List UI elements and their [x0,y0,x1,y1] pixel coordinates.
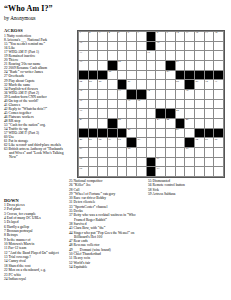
grid-cell [118,100,127,109]
cell-number: 5 [118,32,119,35]
cell-number: 35 [186,90,189,93]
grid-cell [205,158,214,167]
grid-cell [147,71,156,80]
black-cell [108,129,117,138]
black-cell [166,109,175,118]
black-cell [214,71,223,80]
cell-number: 43 [157,119,160,122]
black-cell [147,32,156,41]
grid-cell: 32 [79,90,88,99]
grid-cell: 6 [127,32,136,41]
grid-cell [176,158,185,167]
grid-cell: 11 [185,32,194,41]
cell-number: 60 [79,158,82,161]
grid-cell [127,119,136,128]
grid-cell [137,80,146,89]
grid-cell [176,167,185,176]
black-cell [195,71,204,80]
grid-cell [89,148,98,157]
cell-number: 48 [79,139,82,142]
black-cell [137,90,146,99]
crossword-grid: 1234567891011121314151617181920212223242… [77,30,225,178]
grid-cell: 33 [118,90,127,99]
grid-cell [205,51,214,60]
grid-cell: 48 [79,138,88,147]
grid-cell: 51 [108,138,117,147]
cell-number: 32 [79,90,82,93]
grid-cell: 50 [98,138,107,147]
cell-number: 22 [108,71,111,74]
cell-number: 58 [128,148,131,151]
cell-number: 10 [176,32,179,35]
cell-number: 26 [99,81,102,84]
grid-cell: 60 [79,158,88,167]
grid-cell: 19 [79,61,88,70]
cell-number: 54 [195,139,198,142]
grid-cell [214,148,223,157]
grid-cell [108,167,117,176]
cell-number: 62 [79,168,82,171]
grid-cell: 36 [79,100,88,109]
grid-cell [205,109,214,118]
grid-cell [166,100,175,109]
grid-cell [108,100,117,109]
cell-number: 16 [157,42,160,45]
grid-cell [89,90,98,99]
black-cell [147,42,156,51]
black-cell [147,167,156,176]
grid-cell [176,90,185,99]
grid-cell [137,129,146,138]
grid-cell: 16 [156,42,165,51]
clue-text: Equitable [73,265,88,269]
cell-number: 14 [215,32,218,35]
grid-cell [176,138,185,147]
across-clue-list: 1 Nutty confection8 Arizona's ___ Nation… [4,34,66,159]
cell-number: 56 [215,139,218,142]
grid-cell [98,109,107,118]
grid-cell: 35 [185,90,194,99]
grid-cell [205,119,214,128]
grid-cell: 20 [118,61,127,70]
black-cell [89,129,98,138]
cell-number: 33 [118,90,121,93]
grid-cell: 2 [89,32,98,41]
grid-cell: 4 [108,32,117,41]
grid-cell: 10 [176,32,185,41]
cell-number: 4 [108,32,109,35]
grid-cell [185,158,194,167]
clue-text: Betty who was a cocktail waitress in “Wh… [73,213,136,221]
grid-cell [214,167,223,176]
grid-cell: 13 [205,32,214,41]
cell-number: 21 [176,61,179,64]
grid-cell [214,90,223,99]
cell-number: 19 [79,61,82,64]
grid-cell [137,148,146,157]
grid-cell [137,71,146,80]
grid-cell [147,129,156,138]
cell-number: 23 [166,71,169,74]
grid-cell [166,158,175,167]
grid-cell: 21 [176,61,185,70]
cell-number: 37 [128,100,131,103]
grid-cell: 23 [166,71,175,80]
grid-cell [147,119,156,128]
black-cell [176,71,185,80]
cell-number: 46 [128,129,131,132]
black-cell [79,71,88,80]
grid-cell [98,51,107,60]
grid-cell [205,42,214,51]
grid-cell [108,42,117,51]
grid-cell: 54 [195,138,204,147]
grid-cell [185,100,194,109]
grid-cell: 59 [185,148,194,157]
grid-cell [127,109,136,118]
grid-cell [195,158,204,167]
cell-number: 18 [147,52,150,55]
page-title: “Who Am I?” [4,4,53,13]
cell-number: 44 [166,119,169,122]
grid-cell [214,61,223,70]
cell-number: 20 [118,61,121,64]
grid-cell [185,61,194,70]
grid-cell [127,158,136,167]
grid-cell [214,100,223,109]
across-header: ACROSS [4,28,23,33]
black-cell [166,61,175,70]
black-cell [79,129,88,138]
black-cell [214,129,223,138]
grid-cell: 7 [137,32,146,41]
cell-number: 2 [89,32,90,35]
grid-cell: 53 [137,138,146,147]
grid-cell [185,51,194,60]
grid-cell [127,71,136,80]
grid-cell [108,109,117,118]
grid-cell: 44 [166,119,175,128]
grid-cell [147,109,156,118]
down-clue-list-1: 1 Dress pieces2 Pod plant3 Crocus, for e… [4,203,66,281]
cell-number: 17 [79,52,82,55]
cell-number: 29 [195,81,198,84]
grid-cell [89,119,98,128]
grid-cell [156,80,165,89]
clue-item: 54 Equitable [69,265,143,269]
grid-cell [166,42,175,51]
grid-cell: 34 [147,90,156,99]
grid-cell [166,129,175,138]
grid-cell [214,119,223,128]
black-cell [156,109,165,118]
grid-cell [118,158,127,167]
cell-number: 49 [89,139,92,142]
grid-cell [127,167,136,176]
cell-number: 61 [157,158,160,161]
grid-cell: 41 [79,119,88,128]
grid-cell [98,42,107,51]
grid-cell: 47 [176,129,185,138]
black-cell [147,158,156,167]
grid-cell [195,119,204,128]
grid-cell [137,109,146,118]
clue-item: 37 Betty who was a cocktail waitress in … [69,213,143,222]
cell-number: 57 [79,148,82,151]
grid-cell [195,51,204,60]
black-cell [118,129,127,138]
cell-number: 12 [195,32,198,35]
grid-cell: 55 [205,138,214,147]
clue-text: British actress Anthony of “Husbands and… [8,147,64,159]
black-cell [185,80,194,89]
cell-number: 39 [79,110,82,113]
cell-number: 1 [79,32,80,35]
grid-cell: 62 [79,167,88,176]
grid-cell: 56 [214,138,223,147]
grid-cell [195,90,204,99]
byline: by Anonymous [4,15,36,21]
grid-cell: 46 [127,129,136,138]
grid-cell [137,42,146,51]
grid-cell [147,148,156,157]
grid-cell [185,167,194,176]
grid-cell [137,167,146,176]
grid-cell: 58 [127,148,136,157]
grid-cell [185,109,194,118]
black-cell [98,129,107,138]
grid-cell [98,167,107,176]
black-cell [205,71,214,80]
grid-cell [156,61,165,70]
grid-cell [166,90,175,99]
grid-cell [214,51,223,60]
grid-cell: 18 [147,51,156,60]
cell-number: 11 [186,32,189,35]
cell-number: 6 [128,32,129,35]
grid-cell: 3 [98,32,107,41]
black-cell [185,138,194,147]
cell-number: 34 [147,90,150,93]
grid-cell [108,90,117,99]
grid-cell [205,90,214,99]
grid-cell [98,148,107,157]
grid-cell [176,100,185,109]
clue-item: 59 Actress Saldana [148,192,228,196]
grid-cell [118,109,127,118]
grid-cell [89,100,98,109]
cell-number: 40 [176,110,179,113]
grid-cell [147,61,156,70]
grid-cell: 29 [195,80,204,89]
grid-cell: 31 [214,80,223,89]
grid-cell: 25 [89,80,98,89]
grid-cell [118,51,127,60]
clue-item: 44 Singer who put “Pop Goes the Weasel” … [69,231,143,240]
cell-number: 36 [79,100,82,103]
grid-cell: 24 [79,80,88,89]
grid-cell [176,42,185,51]
grid-cell [166,80,175,89]
grid-cell [108,158,117,167]
grid-cell: 27 [127,80,136,89]
down-clue-list-3: 55 Dismounted56 Remote control button58 … [148,179,228,196]
grid-cell [137,119,146,128]
grid-cell [108,80,117,89]
down-clue-list-2: 25 National competitor26 “Killer” Joe28 … [69,179,143,269]
cell-number: 45 [186,119,189,122]
grid-cell [156,138,165,147]
grid-cell: 38 [137,100,146,109]
cell-number: 9 [166,32,167,35]
grid-cell [156,90,165,99]
clue-item: 63 British actress Anthony of “Husbands … [4,147,66,159]
cell-number: 42 [118,119,121,122]
cell-number: 50 [99,139,102,142]
grid-cell [137,158,146,167]
cell-number: 59 [186,148,189,151]
cell-number: 30 [205,81,208,84]
grid-cell [89,51,98,60]
grid-cell: 40 [176,109,185,118]
black-cell [185,71,194,80]
cell-number: 51 [108,139,111,142]
grid-cell [205,148,214,157]
grid-cell: 22 [108,71,117,80]
grid-cell [176,51,185,60]
black-cell [98,71,107,80]
grid-cell [127,51,136,60]
grid-cell [89,42,98,51]
grid-cell [156,129,165,138]
cell-number: 41 [79,119,82,122]
grid-cell [156,100,165,109]
grid-cell [176,148,185,157]
grid-cell [98,158,107,167]
grid-cell [195,61,204,70]
cell-number: 27 [128,81,131,84]
grid-cell [156,71,165,80]
grid-cell [185,42,194,51]
grid-cell: 63 [156,167,165,176]
cell-number: 55 [205,139,208,142]
cell-number: 24 [79,81,82,84]
grid-cell [137,51,146,60]
grid-cell: 30 [205,80,214,89]
grid-cell: 39 [79,109,88,118]
grid-cell [205,100,214,109]
grid-cell: 45 [185,119,194,128]
grid-cell [89,167,98,176]
grid-cell [108,51,117,60]
clue-text: Indian royal [8,277,26,281]
grid-cell [195,42,204,51]
grid-cell: 1 [79,32,88,41]
grid-cell: 43 [156,119,165,128]
grid-cell: 14 [214,32,223,41]
cell-number: 25 [89,81,92,84]
cell-number: 31 [215,81,218,84]
grid-cell [205,167,214,176]
grid-cell [118,167,127,176]
black-cell [89,71,98,80]
grid-cell [195,100,204,109]
grid-cell [137,61,146,70]
cell-number: 3 [99,32,100,35]
grid-cell: 8 [156,32,165,41]
cell-number: 38 [137,100,140,103]
grid-cell [156,148,165,157]
black-cell [195,129,204,138]
grid-cell [185,129,194,138]
cell-number: 28 [176,81,179,84]
grid-cell [147,100,156,109]
black-cell [108,119,117,128]
grid-cell [89,158,98,167]
grid-cell [127,61,136,70]
cell-number: 8 [157,32,158,35]
grid-cell: 12 [195,32,204,41]
grid-cell [98,119,107,128]
grid-cell: 57 [79,148,88,157]
grid-cell: 5 [118,32,127,41]
grid-cell [166,51,175,60]
grid-cell [214,42,223,51]
grid-cell [147,80,156,89]
grid-cell [108,148,117,157]
grid-cell: 49 [89,138,98,147]
grid-cell [127,42,136,51]
grid-cell [98,61,107,70]
grid-cell [118,148,127,157]
grid-cell [156,51,165,60]
clue-text: Singer who put “Pop Goes the Weasel” on … [73,231,135,239]
grid-cell: 42 [118,119,127,128]
cell-number: 7 [137,32,138,35]
cell-number: 47 [176,129,179,132]
grid-cell: 15 [79,42,88,51]
grid-cell [118,71,127,80]
grid-cell: 52 [118,138,127,147]
clue-text: Actress Saldana [152,192,176,196]
grid-cell [98,90,107,99]
grid-cell [195,109,204,118]
cell-number: 63 [157,168,160,171]
cell-number: 15 [79,42,82,45]
black-cell [176,119,185,128]
grid-cell: 37 [127,100,136,109]
grid-cell: 26 [98,80,107,89]
grid-cell [205,61,214,70]
grid-cell [166,167,175,176]
black-cell [118,80,127,89]
grid-cell: 17 [79,51,88,60]
grid-cell [98,100,107,109]
grid-cell [166,138,175,147]
clue-item: 24 Indian royal [4,277,66,281]
grid-cell [195,167,204,176]
grid-cell: 28 [176,80,185,89]
grid-cell [214,109,223,118]
grid-cell [89,61,98,70]
grid-cell [214,158,223,167]
grid-cell: 9 [166,32,175,41]
cell-number: 13 [205,32,208,35]
black-cell [127,90,136,99]
grid-cell [89,109,98,118]
grid-cell [118,42,127,51]
cell-number: 52 [118,139,121,142]
